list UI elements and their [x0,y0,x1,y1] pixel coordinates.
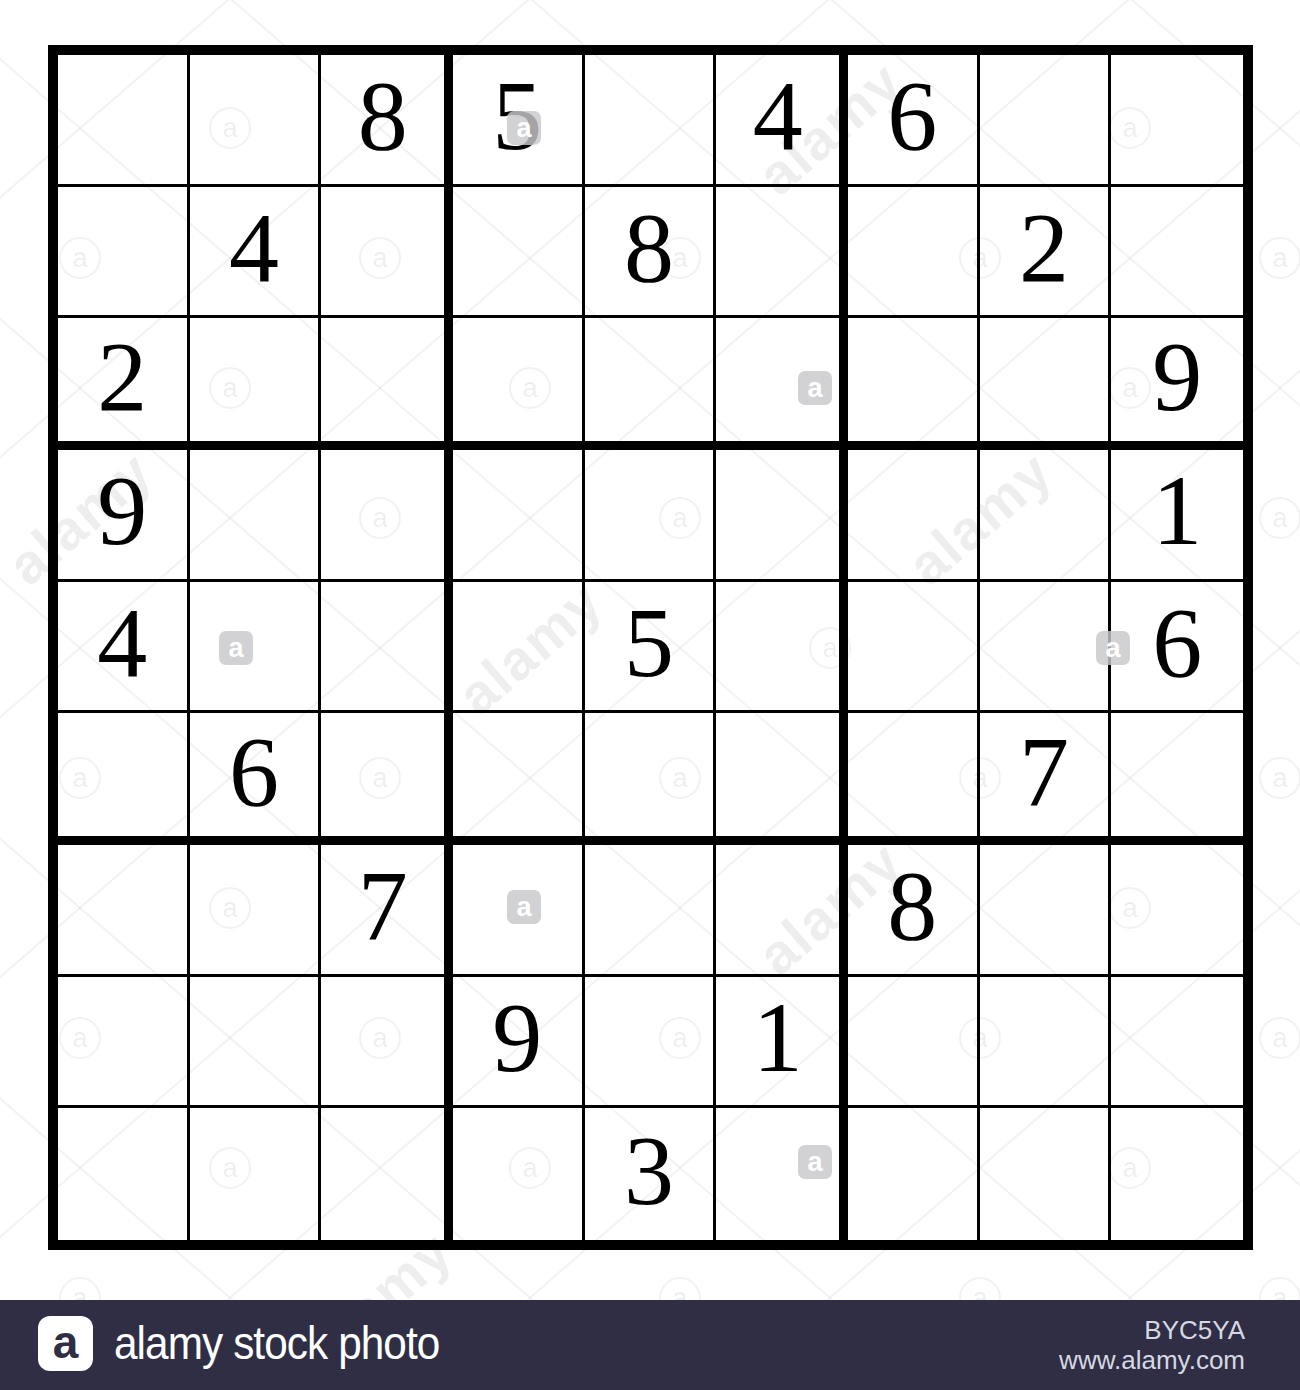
cell-r9c4 [453,1108,585,1240]
cell-r5c2 [190,582,322,714]
cell-r2c7 [848,187,980,319]
cell-r1c8 [980,55,1112,187]
cell-r9c5: 3 [585,1108,717,1240]
cell-r3c4 [453,318,585,450]
cell-r8c6: 1 [716,977,848,1109]
cell-r7c3: 7 [321,845,453,977]
cell-r3c7 [848,318,980,450]
alamy-logo-icon: a [38,1316,93,1371]
cell-r3c9: 9 [1111,318,1243,450]
watermark-ring-a-icon: a [1259,757,1300,799]
cell-r7c9 [1111,845,1243,977]
cell-r1c9 [1111,55,1243,187]
cell-r2c5: 8 [585,187,717,319]
watermark-ring-a-icon: a [1259,1017,1300,1059]
cell-r9c1 [58,1108,190,1240]
cell-r7c1 [58,845,190,977]
watermark-ring-a-icon: a [1259,237,1300,279]
cell-r6c1 [58,713,190,845]
image-id: BYC5YA [1059,1315,1245,1345]
cell-r5c5: 5 [585,582,717,714]
cell-r5c9: 6 [1111,582,1243,714]
cell-r4c6 [716,450,848,582]
cell-r1c1 [58,55,190,187]
cell-r9c8 [980,1108,1112,1240]
watermark-badge-a-icon: a [1096,631,1130,665]
cell-r5c8 [980,582,1112,714]
cell-r5c7 [848,582,980,714]
cell-r9c9 [1111,1108,1243,1240]
cell-r6c6 [716,713,848,845]
cell-r1c2 [190,55,322,187]
watermark-badge-a-icon: a [798,1145,832,1179]
cell-r8c3 [321,977,453,1109]
cell-r2c8: 2 [980,187,1112,319]
cell-r4c4 [453,450,585,582]
cell-r4c3 [321,450,453,582]
cell-r7c8 [980,845,1112,977]
cell-r6c8: 7 [980,713,1112,845]
cell-r8c4: 9 [453,977,585,1109]
cell-r6c5 [585,713,717,845]
cell-r8c9 [1111,977,1243,1109]
footer-brand-text: alamy stock photo [114,1316,439,1370]
cell-r1c6: 4 [716,55,848,187]
cell-r6c2: 6 [190,713,322,845]
cell-r2c2: 4 [190,187,322,319]
cell-r2c3 [321,187,453,319]
watermark-ring-a-icon: a [1259,497,1300,539]
cell-r5c3 [321,582,453,714]
cell-r4c2 [190,450,322,582]
watermark-badge-a-icon: a [798,371,832,405]
cell-r6c7 [848,713,980,845]
cell-r6c4 [453,713,585,845]
cell-r4c1: 9 [58,450,190,582]
cell-r3c1: 2 [58,318,190,450]
cell-r3c5 [585,318,717,450]
footer-image-info: BYC5YA www.alamy.com [1059,1315,1245,1375]
footer-credit-bar: a alamy stock photo BYC5YA www.alamy.com [0,1300,1300,1390]
watermark-badge-a-icon: a [507,890,541,924]
cell-r1c5 [585,55,717,187]
cell-r2c9 [1111,187,1243,319]
cell-r4c9: 1 [1111,450,1243,582]
cell-r7c6 [716,845,848,977]
cell-r2c1 [58,187,190,319]
cell-r8c7 [848,977,980,1109]
cell-r8c5 [585,977,717,1109]
cell-r3c2 [190,318,322,450]
watermark-badge-a-icon: a [219,631,253,665]
cell-r2c4 [453,187,585,319]
cell-r4c7 [848,450,980,582]
cell-r9c2 [190,1108,322,1240]
cell-r1c3: 8 [321,55,453,187]
cell-r8c2 [190,977,322,1109]
cell-r5c6 [716,582,848,714]
cell-r6c9 [1111,713,1243,845]
cell-r5c1: 4 [58,582,190,714]
cell-r5c4 [453,582,585,714]
cell-r6c3 [321,713,453,845]
cell-r7c2 [190,845,322,977]
cell-r7c5 [585,845,717,977]
cell-r1c7: 6 [848,55,980,187]
stock-photo-canvas: aaaaaaaaaaaaaaaaaaaaaaaaaaaaaaaaaalamyal… [0,0,1300,1390]
cell-r4c5 [585,450,717,582]
cell-r8c1 [58,977,190,1109]
cell-r2c6 [716,187,848,319]
cell-r7c7: 8 [848,845,980,977]
cell-r3c3 [321,318,453,450]
cell-r4c8 [980,450,1112,582]
cell-r9c3 [321,1108,453,1240]
website-url: www.alamy.com [1059,1345,1245,1375]
watermark-badge-a-icon: a [507,111,541,145]
cell-r8c8 [980,977,1112,1109]
cell-r3c8 [980,318,1112,450]
cell-r9c7 [848,1108,980,1240]
